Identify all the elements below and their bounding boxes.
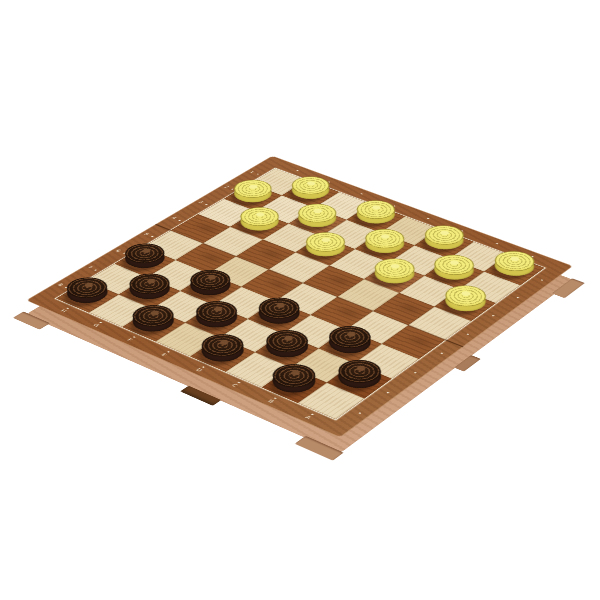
- board-photo: HGFEDCBA 12345678: [0, 0, 600, 600]
- checker-dark[interactable]: [257, 335, 316, 366]
- square[interactable]: [414, 229, 473, 258]
- board-foot: [295, 436, 344, 461]
- board-foot: [552, 278, 585, 298]
- board-3d-scene: HGFEDCBA 12345678: [26, 156, 573, 438]
- square[interactable]: [327, 363, 392, 399]
- board-top: HGFEDCBA 12345678: [26, 156, 573, 438]
- board-foot: [13, 311, 50, 329]
- clasp: [181, 386, 222, 406]
- checker-yellow[interactable]: [487, 256, 542, 284]
- board-grid: [56, 168, 544, 419]
- hinge: [454, 355, 481, 372]
- scene-wrapper: HGFEDCBA 12345678: [15, 0, 585, 600]
